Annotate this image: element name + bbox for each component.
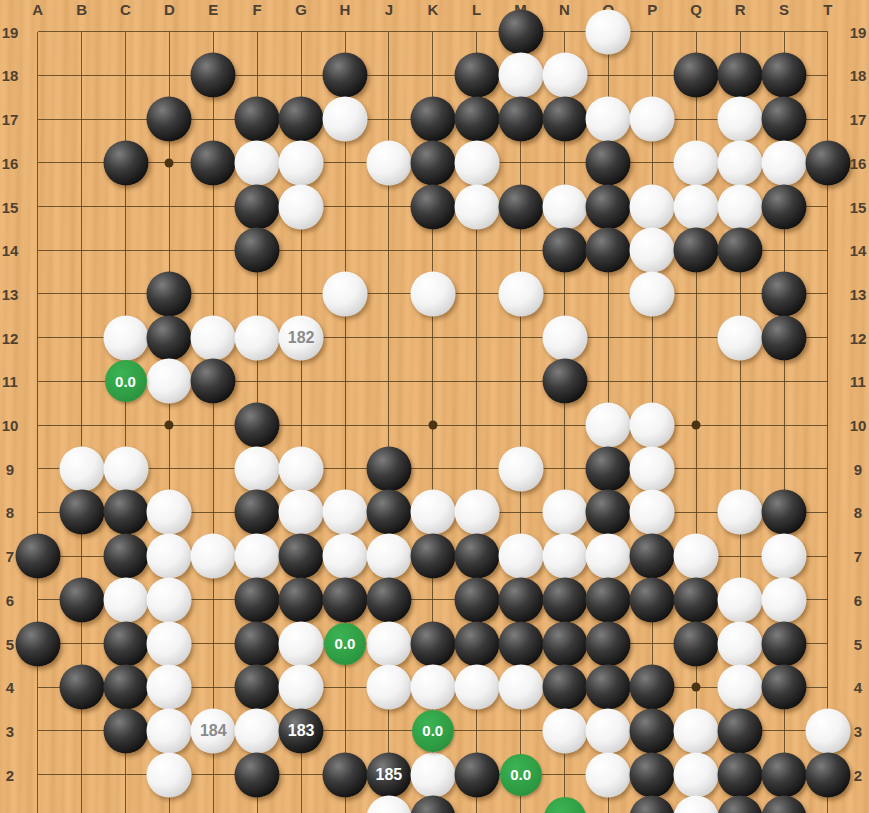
black-stone-k17[interactable] [410, 97, 455, 142]
black-stone-l6[interactable] [454, 577, 499, 622]
black-stone-l2[interactable] [454, 752, 499, 797]
black-stone-h6[interactable] [323, 577, 368, 622]
white-stone-g16[interactable] [279, 140, 324, 185]
white-stone-o2[interactable] [586, 752, 631, 797]
white-stone-n15[interactable] [542, 184, 587, 229]
black-stone-s15[interactable] [762, 184, 807, 229]
black-stone-f8[interactable] [235, 490, 280, 535]
coord-label-row-left: 5 [6, 635, 14, 652]
black-stone-p3[interactable] [630, 708, 675, 753]
score-marker-label: 0.0 [115, 374, 136, 389]
black-stone-c16[interactable] [103, 140, 148, 185]
coord-label-col: G [295, 1, 307, 18]
white-stone-g4[interactable] [279, 665, 324, 710]
white-stone-r17[interactable] [718, 97, 763, 142]
white-stone-c9[interactable] [103, 446, 148, 491]
coord-label-col: D [164, 1, 175, 18]
white-stone-n7[interactable] [542, 534, 587, 579]
coord-label-col: N [559, 1, 570, 18]
coord-label-row-right: 14 [850, 242, 867, 259]
coord-label-row-left: 2 [6, 766, 14, 783]
star-point [692, 683, 701, 692]
white-stone-h7[interactable] [323, 534, 368, 579]
score-marker-label: 0.0 [510, 767, 531, 782]
black-stone-e16[interactable] [191, 140, 236, 185]
black-stone-k15[interactable] [410, 184, 455, 229]
white-stone-c6[interactable] [103, 577, 148, 622]
coord-label-row-right: 6 [854, 591, 862, 608]
black-stone-h18[interactable] [323, 53, 368, 98]
grid-line [38, 468, 828, 469]
score-marker-n1[interactable]: 0.0 [544, 797, 586, 813]
coord-label-row-left: 14 [2, 242, 19, 259]
black-stone-o4[interactable] [586, 665, 631, 710]
coord-label-col: K [427, 1, 438, 18]
white-stone-q16[interactable] [674, 140, 719, 185]
black-stone-n6[interactable] [542, 577, 587, 622]
black-stone-k7[interactable] [410, 534, 455, 579]
white-stone-m13[interactable] [498, 271, 543, 316]
black-stone-a7[interactable] [15, 534, 60, 579]
black-stone-d13[interactable] [147, 271, 192, 316]
coord-label-col: C [120, 1, 131, 18]
white-stone-d5[interactable] [147, 621, 192, 666]
move-number-label: 183 [288, 723, 315, 739]
score-marker-c11[interactable]: 0.0 [105, 360, 147, 402]
coord-label-col: R [735, 1, 746, 18]
white-stone-h8[interactable] [323, 490, 368, 535]
coord-label-row-left: 10 [2, 417, 19, 434]
white-stone-o17[interactable] [586, 97, 631, 142]
white-stone-o10[interactable] [586, 403, 631, 448]
white-stone-d7[interactable] [147, 534, 192, 579]
coord-label-row-left: 18 [2, 67, 19, 84]
coord-label-col: B [76, 1, 87, 18]
black-stone-j2[interactable]: 185 [366, 752, 411, 797]
coord-label-row-right: 18 [850, 67, 867, 84]
white-stone-j16[interactable] [366, 140, 411, 185]
white-stone-r5[interactable] [718, 621, 763, 666]
black-stone-j8[interactable] [366, 490, 411, 535]
white-stone-d11[interactable] [147, 359, 192, 404]
white-stone-q2[interactable] [674, 752, 719, 797]
black-stone-c3[interactable] [103, 708, 148, 753]
black-stone-e18[interactable] [191, 53, 236, 98]
black-stone-a5[interactable] [15, 621, 60, 666]
coord-label-row-right: 11 [850, 373, 866, 390]
coord-label-row-left: 11 [2, 373, 18, 390]
black-stone-d17[interactable] [147, 97, 192, 142]
coord-label-row-left: 19 [2, 23, 19, 40]
black-stone-p1[interactable] [630, 796, 675, 813]
coord-label-col: S [779, 1, 789, 18]
white-stone-p10[interactable] [630, 403, 675, 448]
black-stone-o14[interactable] [586, 228, 631, 273]
white-stone-p15[interactable] [630, 184, 675, 229]
black-stone-q18[interactable] [674, 53, 719, 98]
black-stone-n14[interactable] [542, 228, 587, 273]
move-number-label: 185 [376, 767, 403, 783]
black-stone-f2[interactable] [235, 752, 280, 797]
coord-label-col: A [32, 1, 43, 18]
white-stone-d8[interactable] [147, 490, 192, 535]
black-stone-s1[interactable] [762, 796, 807, 813]
black-stone-s5[interactable] [762, 621, 807, 666]
white-stone-b9[interactable] [59, 446, 104, 491]
black-stone-s12[interactable] [762, 315, 807, 360]
white-stone-q15[interactable] [674, 184, 719, 229]
black-stone-o5[interactable] [586, 621, 631, 666]
white-stone-g15[interactable] [279, 184, 324, 229]
black-stone-p2[interactable] [630, 752, 675, 797]
black-stone-s2[interactable] [762, 752, 807, 797]
coord-label-row-left: 15 [2, 198, 19, 215]
black-stone-o6[interactable] [586, 577, 631, 622]
coord-label-row-left: 13 [2, 285, 19, 302]
star-point [165, 158, 174, 167]
coord-label-row-left: 8 [6, 504, 14, 521]
black-stone-t2[interactable] [805, 752, 850, 797]
black-stone-g17[interactable] [279, 97, 324, 142]
white-stone-d2[interactable] [147, 752, 192, 797]
score-marker-k3[interactable]: 0.0 [412, 710, 454, 752]
black-stone-k1[interactable] [410, 796, 455, 813]
black-stone-c5[interactable] [103, 621, 148, 666]
black-stone-l7[interactable] [454, 534, 499, 579]
score-marker-label: 0.0 [335, 636, 356, 651]
white-stone-o3[interactable] [586, 708, 631, 753]
white-stone-n8[interactable] [542, 490, 587, 535]
coord-label-row-left: 9 [6, 460, 14, 477]
black-stone-o8[interactable] [586, 490, 631, 535]
white-stone-g5[interactable] [279, 621, 324, 666]
white-stone-m18[interactable] [498, 53, 543, 98]
white-stone-k2[interactable] [410, 752, 455, 797]
coord-label-row-right: 19 [850, 23, 867, 40]
coord-label-row-right: 7 [854, 548, 862, 565]
coord-label-col: Q [690, 1, 702, 18]
white-stone-r8[interactable] [718, 490, 763, 535]
black-stone-j6[interactable] [366, 577, 411, 622]
white-stone-r12[interactable] [718, 315, 763, 360]
white-stone-t3[interactable] [805, 708, 850, 753]
white-stone-f16[interactable] [235, 140, 280, 185]
white-stone-f3[interactable] [235, 708, 280, 753]
star-point [428, 421, 437, 430]
black-stone-q5[interactable] [674, 621, 719, 666]
black-stone-m15[interactable] [498, 184, 543, 229]
coord-label-col: T [823, 1, 832, 18]
black-stone-o9[interactable] [586, 446, 631, 491]
white-stone-p13[interactable] [630, 271, 675, 316]
white-stone-j7[interactable] [366, 534, 411, 579]
black-stone-c4[interactable] [103, 665, 148, 710]
black-stone-c7[interactable] [103, 534, 148, 579]
black-stone-s17[interactable] [762, 97, 807, 142]
coord-label-row-right: 12 [850, 329, 867, 346]
black-stone-f14[interactable] [235, 228, 280, 273]
grid-line [37, 32, 38, 813]
coord-label-row-right: 15 [850, 198, 867, 215]
white-stone-k13[interactable] [410, 271, 455, 316]
black-stone-n5[interactable] [542, 621, 587, 666]
white-stone-o7[interactable] [586, 534, 631, 579]
coord-label-row-right: 17 [850, 111, 867, 128]
score-marker-label: 0.0 [422, 723, 443, 738]
black-stone-r1[interactable] [718, 796, 763, 813]
black-stone-k16[interactable] [410, 140, 455, 185]
white-stone-k8[interactable] [410, 490, 455, 535]
black-stone-q14[interactable] [674, 228, 719, 273]
black-stone-p7[interactable] [630, 534, 675, 579]
score-marker-m2[interactable]: 0.0 [500, 754, 542, 796]
coord-label-row-right: 16 [850, 154, 867, 171]
coord-label-row-left: 3 [6, 722, 14, 739]
black-stone-b4[interactable] [59, 665, 104, 710]
black-stone-f17[interactable] [235, 97, 280, 142]
white-stone-d4[interactable] [147, 665, 192, 710]
black-stone-o15[interactable] [586, 184, 631, 229]
black-stone-r18[interactable] [718, 53, 763, 98]
black-stone-k5[interactable] [410, 621, 455, 666]
black-stone-m5[interactable] [498, 621, 543, 666]
move-number-label: 184 [200, 723, 227, 739]
white-stone-g8[interactable] [279, 490, 324, 535]
black-stone-b8[interactable] [59, 490, 104, 535]
coord-label-row-right: 10 [850, 417, 867, 434]
black-stone-f5[interactable] [235, 621, 280, 666]
white-stone-l8[interactable] [454, 490, 499, 535]
coord-label-row-left: 6 [6, 591, 14, 608]
white-stone-k4[interactable] [410, 665, 455, 710]
coord-label-row-left: 7 [6, 548, 14, 565]
black-stone-p4[interactable] [630, 665, 675, 710]
white-stone-l4[interactable] [454, 665, 499, 710]
coord-label-row-right: 13 [850, 285, 867, 302]
black-stone-f15[interactable] [235, 184, 280, 229]
white-stone-r4[interactable] [718, 665, 763, 710]
white-stone-m9[interactable] [498, 446, 543, 491]
black-stone-n4[interactable] [542, 665, 587, 710]
white-stone-f9[interactable] [235, 446, 280, 491]
black-stone-j9[interactable] [366, 446, 411, 491]
black-stone-l5[interactable] [454, 621, 499, 666]
white-stone-n18[interactable] [542, 53, 587, 98]
coord-label-row-right: 3 [854, 722, 862, 739]
black-stone-m19[interactable] [498, 9, 543, 54]
coord-label-row-right: 9 [854, 460, 862, 477]
black-stone-f10[interactable] [235, 403, 280, 448]
score-marker-h5[interactable]: 0.0 [324, 623, 366, 665]
black-stone-t16[interactable] [805, 140, 850, 185]
white-stone-e3[interactable]: 184 [191, 708, 236, 753]
black-stone-m17[interactable] [498, 97, 543, 142]
black-stone-f6[interactable] [235, 577, 280, 622]
coord-label-col: H [340, 1, 351, 18]
white-stone-p8[interactable] [630, 490, 675, 535]
grid-line [345, 32, 346, 813]
white-stone-h17[interactable] [323, 97, 368, 142]
black-stone-e11[interactable] [191, 359, 236, 404]
coord-label-row-left: 17 [2, 111, 19, 128]
white-stone-s16[interactable] [762, 140, 807, 185]
black-stone-l17[interactable] [454, 97, 499, 142]
black-stone-s4[interactable] [762, 665, 807, 710]
white-stone-p14[interactable] [630, 228, 675, 273]
white-stone-l15[interactable] [454, 184, 499, 229]
white-stone-c12[interactable] [103, 315, 148, 360]
black-stone-r14[interactable] [718, 228, 763, 273]
white-stone-q7[interactable] [674, 534, 719, 579]
white-stone-r16[interactable] [718, 140, 763, 185]
black-stone-n17[interactable] [542, 97, 587, 142]
white-stone-n12[interactable] [542, 315, 587, 360]
white-stone-m4[interactable] [498, 665, 543, 710]
white-stone-f12[interactable] [235, 315, 280, 360]
coord-label-col: P [647, 1, 657, 18]
black-stone-m6[interactable] [498, 577, 543, 622]
white-stone-m7[interactable] [498, 534, 543, 579]
black-stone-g3[interactable]: 183 [279, 708, 324, 753]
coord-label-col: J [385, 1, 393, 18]
black-stone-r3[interactable] [718, 708, 763, 753]
black-stone-b6[interactable] [59, 577, 104, 622]
coord-label-row-left: 4 [6, 679, 14, 696]
black-stone-g6[interactable] [279, 577, 324, 622]
white-stone-q3[interactable] [674, 708, 719, 753]
white-stone-h13[interactable] [323, 271, 368, 316]
coord-label-col: F [253, 1, 262, 18]
black-stone-g7[interactable] [279, 534, 324, 579]
white-stone-s7[interactable] [762, 534, 807, 579]
coord-label-row-left: 16 [2, 154, 19, 171]
coord-label-row-right: 2 [854, 766, 862, 783]
coord-label-row-left: 12 [2, 329, 19, 346]
white-stone-j4[interactable] [366, 665, 411, 710]
star-point [165, 421, 174, 430]
white-stone-r15[interactable] [718, 184, 763, 229]
black-stone-f4[interactable] [235, 665, 280, 710]
white-stone-n3[interactable] [542, 708, 587, 753]
black-stone-r2[interactable] [718, 752, 763, 797]
black-stone-s13[interactable] [762, 271, 807, 316]
coord-label-row-right: 8 [854, 504, 862, 521]
black-stone-s8[interactable] [762, 490, 807, 535]
black-stone-q6[interactable] [674, 577, 719, 622]
go-board[interactable]: ABCDEFGHJKLMNOPQRST191918181717161615151… [0, 0, 869, 813]
black-stone-d12[interactable] [147, 315, 192, 360]
white-stone-e7[interactable] [191, 534, 236, 579]
coord-label-col: L [472, 1, 481, 18]
coord-label-row-right: 5 [854, 635, 862, 652]
black-stone-h2[interactable] [323, 752, 368, 797]
white-stone-d3[interactable] [147, 708, 192, 753]
coord-label-col: E [208, 1, 218, 18]
white-stone-g12[interactable]: 182 [279, 315, 324, 360]
white-stone-q1[interactable] [674, 796, 719, 813]
coord-label-row-right: 4 [854, 679, 862, 696]
black-stone-s18[interactable] [762, 53, 807, 98]
white-stone-o19[interactable] [586, 9, 631, 54]
white-stone-p17[interactable] [630, 97, 675, 142]
white-stone-e12[interactable] [191, 315, 236, 360]
white-stone-d6[interactable] [147, 577, 192, 622]
white-stone-s6[interactable] [762, 577, 807, 622]
black-stone-o16[interactable] [586, 140, 631, 185]
white-stone-g9[interactable] [279, 446, 324, 491]
white-stone-l16[interactable] [454, 140, 499, 185]
black-stone-p6[interactable] [630, 577, 675, 622]
white-stone-f7[interactable] [235, 534, 280, 579]
move-number-label: 182 [288, 330, 315, 346]
black-stone-n11[interactable] [542, 359, 587, 404]
white-stone-j5[interactable] [366, 621, 411, 666]
white-stone-j1[interactable] [366, 796, 411, 813]
white-stone-p9[interactable] [630, 446, 675, 491]
white-stone-r6[interactable] [718, 577, 763, 622]
black-stone-c8[interactable] [103, 490, 148, 535]
star-point [692, 421, 701, 430]
black-stone-l18[interactable] [454, 53, 499, 98]
